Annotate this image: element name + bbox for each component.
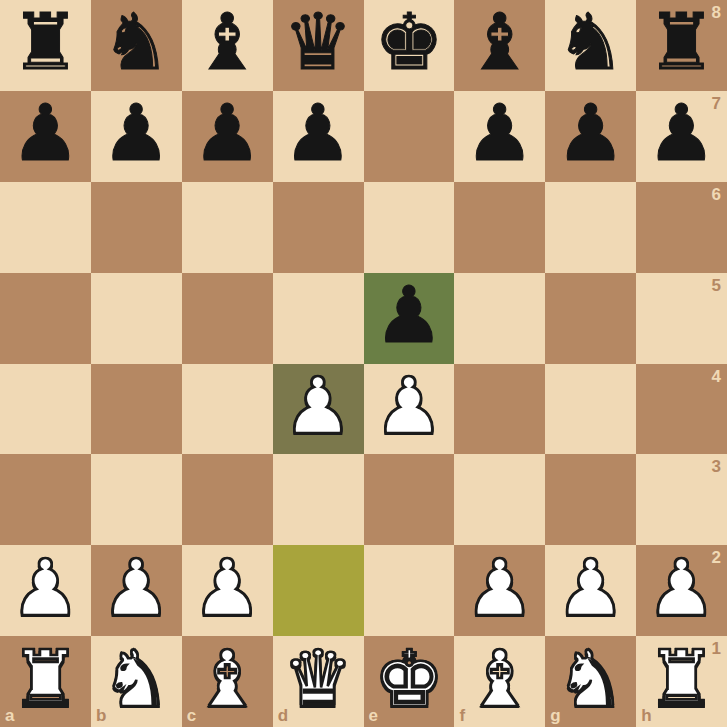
black-pawn-c7[interactable]: ♟ (192, 94, 262, 172)
square-h6[interactable]: 6 (636, 182, 727, 273)
white-pawn-g2[interactable]: ♟ (556, 549, 626, 627)
black-pawn-a7[interactable]: ♟ (10, 94, 80, 172)
square-h7[interactable]: ♟7 (636, 91, 727, 182)
white-pawn-c2[interactable]: ♟ (192, 549, 262, 627)
square-a1[interactable]: ♜a (0, 636, 91, 727)
square-h2[interactable]: ♟2 (636, 545, 727, 636)
black-knight-b8[interactable]: ♞ (101, 3, 171, 81)
square-e5[interactable]: ♟ (364, 273, 455, 364)
square-g3[interactable] (545, 454, 636, 545)
square-d8[interactable]: ♛ (273, 0, 364, 91)
square-f7[interactable]: ♟ (454, 91, 545, 182)
square-b3[interactable] (91, 454, 182, 545)
square-g1[interactable]: ♞g (545, 636, 636, 727)
square-d5[interactable] (273, 273, 364, 364)
white-rook-a1[interactable]: ♜ (10, 640, 80, 718)
square-a4[interactable] (0, 364, 91, 455)
rank-label-6: 6 (712, 186, 721, 203)
rank-label-3: 3 (712, 458, 721, 475)
black-bishop-f8[interactable]: ♝ (465, 3, 535, 81)
white-pawn-f2[interactable]: ♟ (465, 549, 535, 627)
square-h4[interactable]: 4 (636, 364, 727, 455)
square-d7[interactable]: ♟ (273, 91, 364, 182)
square-f1[interactable]: ♝f (454, 636, 545, 727)
file-label-f: f (459, 707, 465, 724)
black-pawn-e5[interactable]: ♟ (374, 276, 444, 354)
square-f8[interactable]: ♝ (454, 0, 545, 91)
square-f2[interactable]: ♟ (454, 545, 545, 636)
square-a8[interactable]: ♜ (0, 0, 91, 91)
square-a2[interactable]: ♟ (0, 545, 91, 636)
square-b8[interactable]: ♞ (91, 0, 182, 91)
white-bishop-c1[interactable]: ♝ (192, 640, 262, 718)
square-d3[interactable] (273, 454, 364, 545)
white-pawn-h2[interactable]: ♟ (647, 549, 717, 627)
square-d2[interactable] (273, 545, 364, 636)
square-d1[interactable]: ♛d (273, 636, 364, 727)
square-e3[interactable] (364, 454, 455, 545)
chess-board: ♜♞♝♛♚♝♞♜8♟♟♟♟♟♟♟76♟5♟♟43♟♟♟♟♟♟2♜a♞b♝c♛d♚… (0, 0, 727, 727)
square-b2[interactable]: ♟ (91, 545, 182, 636)
rank-label-5: 5 (712, 277, 721, 294)
file-label-c: c (187, 707, 196, 724)
square-d6[interactable] (273, 182, 364, 273)
file-label-h: h (641, 707, 651, 724)
black-pawn-b7[interactable]: ♟ (101, 94, 171, 172)
chess-board-container: ♜♞♝♛♚♝♞♜8♟♟♟♟♟♟♟76♟5♟♟43♟♟♟♟♟♟2♜a♞b♝c♛d♚… (0, 0, 727, 727)
white-knight-g1[interactable]: ♞ (556, 640, 626, 718)
square-e8[interactable]: ♚ (364, 0, 455, 91)
rank-label-7: 7 (712, 95, 721, 112)
square-d4[interactable]: ♟ (273, 364, 364, 455)
file-label-a: a (5, 707, 14, 724)
black-rook-a8[interactable]: ♜ (10, 3, 80, 81)
rank-label-4: 4 (712, 368, 721, 385)
file-label-b: b (96, 707, 106, 724)
square-c8[interactable]: ♝ (182, 0, 273, 91)
square-g8[interactable]: ♞ (545, 0, 636, 91)
square-f4[interactable] (454, 364, 545, 455)
square-a6[interactable] (0, 182, 91, 273)
square-f6[interactable] (454, 182, 545, 273)
black-pawn-h7[interactable]: ♟ (647, 94, 717, 172)
white-pawn-a2[interactable]: ♟ (10, 549, 80, 627)
square-e6[interactable] (364, 182, 455, 273)
square-a7[interactable]: ♟ (0, 91, 91, 182)
white-queen-d1[interactable]: ♛ (283, 640, 353, 718)
square-c2[interactable]: ♟ (182, 545, 273, 636)
square-b7[interactable]: ♟ (91, 91, 182, 182)
black-pawn-g7[interactable]: ♟ (556, 94, 626, 172)
square-e7[interactable] (364, 91, 455, 182)
file-label-d: d (278, 707, 288, 724)
square-a5[interactable] (0, 273, 91, 364)
black-king-e8[interactable]: ♚ (374, 3, 444, 81)
square-e4[interactable]: ♟ (364, 364, 455, 455)
black-bishop-c8[interactable]: ♝ (192, 3, 262, 81)
square-b1[interactable]: ♞b (91, 636, 182, 727)
black-knight-g8[interactable]: ♞ (556, 3, 626, 81)
square-b6[interactable] (91, 182, 182, 273)
rank-label-8: 8 (712, 4, 721, 21)
square-c4[interactable] (182, 364, 273, 455)
black-pawn-f7[interactable]: ♟ (465, 94, 535, 172)
white-pawn-d4[interactable]: ♟ (283, 367, 353, 445)
square-h1[interactable]: ♜h1 (636, 636, 727, 727)
square-h8[interactable]: ♜8 (636, 0, 727, 91)
square-b5[interactable] (91, 273, 182, 364)
square-c7[interactable]: ♟ (182, 91, 273, 182)
square-h3[interactable]: 3 (636, 454, 727, 545)
file-label-e: e (369, 707, 378, 724)
square-g7[interactable]: ♟ (545, 91, 636, 182)
square-e1[interactable]: ♚e (364, 636, 455, 727)
square-g6[interactable] (545, 182, 636, 273)
rank-label-2: 2 (712, 549, 721, 566)
white-pawn-b2[interactable]: ♟ (101, 549, 171, 627)
white-pawn-e4[interactable]: ♟ (374, 367, 444, 445)
square-h5[interactable]: 5 (636, 273, 727, 364)
white-king-e1[interactable]: ♚ (374, 640, 444, 718)
file-label-g: g (550, 707, 560, 724)
square-e2[interactable] (364, 545, 455, 636)
black-rook-h8[interactable]: ♜ (647, 3, 717, 81)
rank-label-1: 1 (712, 640, 721, 657)
square-g2[interactable]: ♟ (545, 545, 636, 636)
square-g4[interactable] (545, 364, 636, 455)
square-a3[interactable] (0, 454, 91, 545)
white-rook-h1[interactable]: ♜ (647, 640, 717, 718)
square-b4[interactable] (91, 364, 182, 455)
white-knight-b1[interactable]: ♞ (101, 640, 171, 718)
square-c5[interactable] (182, 273, 273, 364)
square-c6[interactable] (182, 182, 273, 273)
black-queen-d8[interactable]: ♛ (283, 3, 353, 81)
white-bishop-f1[interactable]: ♝ (465, 640, 535, 718)
square-f3[interactable] (454, 454, 545, 545)
black-pawn-d7[interactable]: ♟ (283, 94, 353, 172)
square-c1[interactable]: ♝c (182, 636, 273, 727)
square-f5[interactable] (454, 273, 545, 364)
square-g5[interactable] (545, 273, 636, 364)
square-c3[interactable] (182, 454, 273, 545)
